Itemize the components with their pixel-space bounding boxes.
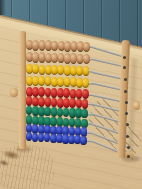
bead-red[interactable] — [69, 98, 76, 108]
bead-yellow[interactable] — [82, 78, 89, 88]
bead-natural[interactable] — [83, 54, 90, 64]
bead-red[interactable] — [82, 99, 89, 109]
wire-end-pin — [123, 56, 126, 59]
bead-red[interactable] — [63, 88, 70, 98]
bead-green[interactable] — [44, 107, 51, 117]
abacus-frame — [0, 0, 142, 189]
bead-blue[interactable] — [80, 136, 86, 145]
bead-red[interactable] — [38, 97, 45, 107]
right-knob — [133, 101, 141, 110]
bead-red[interactable] — [82, 89, 89, 99]
bead-green[interactable] — [50, 117, 57, 126]
abacus-left-post — [19, 31, 26, 149]
wire-end-pin — [127, 155, 130, 158]
bead-green[interactable] — [81, 109, 88, 119]
bead-natural[interactable] — [83, 42, 90, 53]
wire-end-pin — [124, 78, 127, 81]
wire-end-pin — [126, 123, 129, 126]
left-knob — [10, 88, 18, 97]
bead-yellow[interactable] — [83, 66, 90, 76]
bead-yellow[interactable] — [32, 64, 39, 74]
scene — [0, 0, 142, 189]
wire-end-pin — [125, 101, 128, 104]
wire-end-pin — [123, 66, 126, 69]
wire-end-pin — [127, 146, 130, 149]
bead-natural[interactable] — [32, 52, 39, 62]
bead-yellow[interactable] — [57, 77, 64, 87]
